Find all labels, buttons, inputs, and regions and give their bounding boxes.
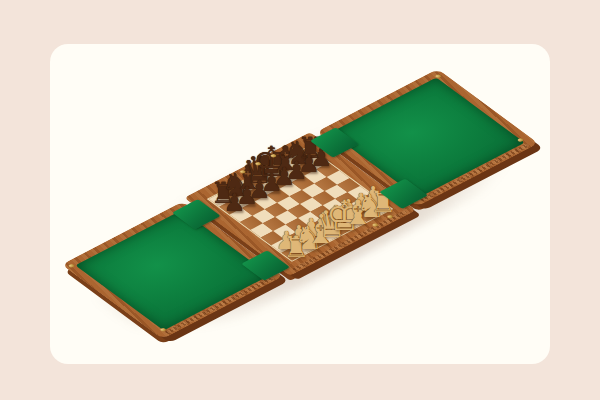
travel-chess-set: ♜♞♝♛♚♝♞♜♟♟♟♟♟♟♟♟♟♟♟♟♟♟♟♟♜♞♝♛♚♝♞♜: [59, 67, 541, 341]
brass-clasp: [239, 169, 247, 174]
product-photo-card: ♜♞♝♛♚♝♞♜♟♟♟♟♟♟♟♟♟♟♟♟♟♟♟♟♜♞♝♛♚♝♞♜: [50, 44, 550, 364]
page-background: { "game": "chess", "position": "rnbqkbnr…: [0, 0, 600, 400]
brass-clasp: [270, 153, 278, 158]
brass-inlay: [68, 263, 76, 268]
brass-clasp: [254, 161, 262, 166]
